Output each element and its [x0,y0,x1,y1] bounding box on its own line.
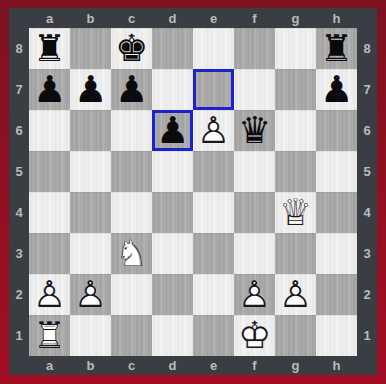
rank-label-3: 3 [9,233,29,274]
square-e5[interactable] [193,151,234,192]
square-a8[interactable]: ♜ [29,28,70,69]
square-b8[interactable] [70,28,111,69]
square-h8[interactable]: ♜ [316,28,357,69]
board-frame: abcdefgh 87654321 ♜♚♜♟♟♟♟♟♟♙♛♛♕♞♘♟♙♟♙♟♙♟… [9,8,377,375]
file-label-f: f [234,356,275,375]
white-piece-outline: ♔ [234,315,275,356]
square-f3[interactable] [234,233,275,274]
square-e2[interactable] [193,274,234,315]
square-d4[interactable] [152,192,193,233]
rank-label-5: 5 [357,151,377,192]
file-label-h: h [316,356,357,375]
square-d8[interactable] [152,28,193,69]
square-g5[interactable] [275,151,316,192]
piece-white-king-f1[interactable]: ♚♔ [234,315,275,356]
square-a2[interactable]: ♟♙ [29,274,70,315]
square-g6[interactable] [275,110,316,151]
rank-labels-right: 87654321 [357,28,377,356]
rank-labels-left: 87654321 [9,28,29,356]
square-d2[interactable] [152,274,193,315]
rank-label-5: 5 [9,151,29,192]
rank-label-4: 4 [357,192,377,233]
square-a1[interactable]: ♜♖ [29,315,70,356]
white-piece-outline: ♙ [70,274,111,315]
file-label-h: h [316,8,357,28]
square-c3[interactable]: ♞♘ [111,233,152,274]
square-e6[interactable]: ♟♙ [193,110,234,151]
square-e8[interactable] [193,28,234,69]
piece-black-rook-h8[interactable]: ♜ [316,28,357,69]
square-b3[interactable] [70,233,111,274]
piece-white-pawn-b2[interactable]: ♟♙ [70,274,111,315]
square-f8[interactable] [234,28,275,69]
square-f1[interactable]: ♚♔ [234,315,275,356]
white-piece-outline: ♕ [275,192,316,233]
file-label-e: e [193,8,234,28]
square-c5[interactable] [111,151,152,192]
file-label-c: c [111,8,152,28]
square-b7[interactable]: ♟ [70,69,111,110]
rank-label-4: 4 [9,192,29,233]
square-a3[interactable] [29,233,70,274]
file-label-b: b [70,356,111,375]
square-h1[interactable] [316,315,357,356]
piece-black-rook-a8[interactable]: ♜ [29,28,70,69]
square-b4[interactable] [70,192,111,233]
square-c4[interactable] [111,192,152,233]
square-g1[interactable] [275,315,316,356]
file-label-a: a [29,8,70,28]
rank-label-6: 6 [357,110,377,151]
square-g4[interactable]: ♛♕ [275,192,316,233]
square-e3[interactable] [193,233,234,274]
rank-label-2: 2 [9,274,29,315]
square-c2[interactable] [111,274,152,315]
rank-label-2: 2 [357,274,377,315]
square-a7[interactable]: ♟ [29,69,70,110]
rank-label-3: 3 [357,233,377,274]
piece-white-queen-g4[interactable]: ♛♕ [275,192,316,233]
square-b1[interactable] [70,315,111,356]
piece-white-pawn-f2[interactable]: ♟♙ [234,274,275,315]
square-b5[interactable] [70,151,111,192]
white-piece-outline: ♖ [29,315,70,356]
square-f5[interactable] [234,151,275,192]
square-f6[interactable]: ♛ [234,110,275,151]
square-e4[interactable] [193,192,234,233]
file-label-b: b [70,8,111,28]
file-label-g: g [275,356,316,375]
square-e1[interactable] [193,315,234,356]
square-d5[interactable] [152,151,193,192]
square-a4[interactable] [29,192,70,233]
white-piece-outline: ♙ [275,274,316,315]
piece-black-pawn-c7[interactable]: ♟ [111,69,152,110]
square-c6[interactable] [111,110,152,151]
square-e7[interactable] [193,69,234,110]
square-g3[interactable] [275,233,316,274]
square-d7[interactable] [152,69,193,110]
square-c1[interactable] [111,315,152,356]
square-a5[interactable] [29,151,70,192]
rank-label-7: 7 [9,69,29,110]
piece-black-queen-f6[interactable]: ♛ [234,110,275,151]
square-h2[interactable] [316,274,357,315]
square-a6[interactable] [29,110,70,151]
white-piece-outline: ♙ [193,110,234,151]
white-piece-outline: ♙ [29,274,70,315]
square-b6[interactable] [70,110,111,151]
square-h6[interactable] [316,110,357,151]
piece-black-pawn-a7[interactable]: ♟ [29,69,70,110]
rank-label-7: 7 [357,69,377,110]
file-label-f: f [234,8,275,28]
piece-white-rook-a1[interactable]: ♜♖ [29,315,70,356]
square-d6[interactable]: ♟ [152,110,193,151]
piece-white-pawn-g2[interactable]: ♟♙ [275,274,316,315]
piece-black-king-c8[interactable]: ♚ [111,28,152,69]
white-piece-outline: ♘ [111,233,152,274]
rank-label-8: 8 [357,28,377,69]
piece-white-pawn-e6[interactable]: ♟♙ [193,110,234,151]
square-g2[interactable]: ♟♙ [275,274,316,315]
white-piece-outline: ♙ [234,274,275,315]
rank-label-8: 8 [9,28,29,69]
board: ♜♚♜♟♟♟♟♟♟♙♛♛♕♞♘♟♙♟♙♟♙♟♙♜♖♚♔ [29,28,357,356]
chess-app-window: abcdefgh 87654321 ♜♚♜♟♟♟♟♟♟♙♛♛♕♞♘♟♙♟♙♟♙♟… [0,0,386,384]
piece-black-pawn-h7[interactable]: ♟ [316,69,357,110]
piece-white-pawn-a2[interactable]: ♟♙ [29,274,70,315]
square-h5[interactable] [316,151,357,192]
square-g7[interactable] [275,69,316,110]
file-label-c: c [111,356,152,375]
rank-label-6: 6 [9,110,29,151]
square-c8[interactable]: ♚ [111,28,152,69]
piece-black-pawn-b7[interactable]: ♟ [70,69,111,110]
file-label-d: d [152,356,193,375]
square-f2[interactable]: ♟♙ [234,274,275,315]
rank-label-1: 1 [9,315,29,356]
file-labels-bottom: abcdefgh [29,356,357,375]
square-d3[interactable] [152,233,193,274]
square-h4[interactable] [316,192,357,233]
square-d1[interactable] [152,315,193,356]
file-label-a: a [29,356,70,375]
file-label-e: e [193,356,234,375]
square-h7[interactable]: ♟ [316,69,357,110]
square-c7[interactable]: ♟ [111,69,152,110]
square-f7[interactable] [234,69,275,110]
square-h3[interactable] [316,233,357,274]
piece-black-pawn-d6[interactable]: ♟ [152,110,193,151]
rank-label-1: 1 [357,315,377,356]
file-labels-top: abcdefgh [29,8,357,28]
square-g8[interactable] [275,28,316,69]
square-b2[interactable]: ♟♙ [70,274,111,315]
file-label-g: g [275,8,316,28]
square-f4[interactable] [234,192,275,233]
piece-white-knight-c3[interactable]: ♞♘ [111,233,152,274]
file-label-d: d [152,8,193,28]
